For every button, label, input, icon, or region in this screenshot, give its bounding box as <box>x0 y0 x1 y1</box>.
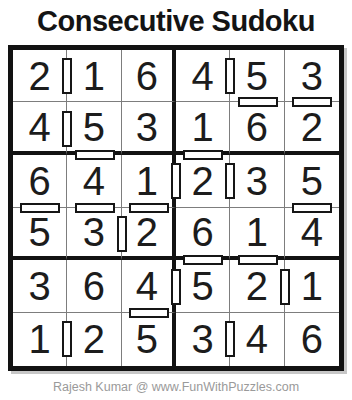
cell-r6c4[interactable]: 3 <box>176 313 230 366</box>
cell-digit: 2 <box>301 107 323 147</box>
cell-r6c2[interactable]: 2 <box>67 313 121 366</box>
cell-digit: 4 <box>83 161 105 201</box>
cell-digit: 2 <box>83 319 105 359</box>
cell-digit: 5 <box>136 319 158 359</box>
puzzle-title: Consecutive Sudoku <box>0 0 352 41</box>
cell-digit: 4 <box>301 212 323 252</box>
cell-r6c6[interactable]: 6 <box>285 313 339 366</box>
cell-digit: 3 <box>246 161 268 201</box>
cell-r2c5[interactable]: 6 <box>230 102 284 155</box>
cell-digit: 1 <box>301 266 323 306</box>
cell-r3c6[interactable]: 5 <box>285 155 339 208</box>
cell-r3c2[interactable]: 4 <box>67 155 121 208</box>
cell-r4c6[interactable]: 4 <box>285 208 339 261</box>
cell-digit: 5 <box>83 107 105 147</box>
cell-digit: 6 <box>83 266 105 306</box>
cell-digit: 5 <box>29 212 51 252</box>
cell-r3c3[interactable]: 1 <box>122 155 176 208</box>
cell-r5c3[interactable]: 4 <box>122 260 176 313</box>
cell-r4c2[interactable]: 3 <box>67 208 121 261</box>
cell-digit: 2 <box>29 56 51 96</box>
cell-r2c3[interactable]: 3 <box>122 102 176 155</box>
cell-digit: 4 <box>246 319 268 359</box>
cell-digit: 1 <box>29 319 51 359</box>
cell-digit: 4 <box>192 56 214 96</box>
cell-r5c5[interactable]: 2 <box>230 260 284 313</box>
cell-r6c1[interactable]: 1 <box>13 313 67 366</box>
cell-digit: 6 <box>246 107 268 147</box>
cell-r5c6[interactable]: 1 <box>285 260 339 313</box>
cell-r3c4[interactable]: 2 <box>176 155 230 208</box>
cell-digit: 5 <box>301 161 323 201</box>
cell-r4c5[interactable]: 1 <box>230 208 284 261</box>
sudoku-grid: 216453453162641235532614364521125346 <box>13 50 339 366</box>
cell-digit: 3 <box>29 266 51 306</box>
cell-r1c1[interactable]: 2 <box>13 50 67 103</box>
cell-r1c5[interactable]: 5 <box>230 50 284 103</box>
cell-digit: 1 <box>83 56 105 96</box>
cell-digit: 5 <box>246 56 268 96</box>
cell-digit: 2 <box>192 161 214 201</box>
cell-digit: 2 <box>246 266 268 306</box>
cell-digit: 2 <box>136 212 158 252</box>
cell-r6c3[interactable]: 5 <box>122 313 176 366</box>
cell-r5c2[interactable]: 6 <box>67 260 121 313</box>
cell-digit: 6 <box>29 161 51 201</box>
cell-digit: 5 <box>192 266 214 306</box>
cell-digit: 6 <box>136 56 158 96</box>
cell-digit: 6 <box>301 319 323 359</box>
cell-digit: 3 <box>136 107 158 147</box>
cell-r1c4[interactable]: 4 <box>176 50 230 103</box>
cell-digit: 4 <box>136 266 158 306</box>
cell-r1c2[interactable]: 1 <box>67 50 121 103</box>
cell-r3c1[interactable]: 6 <box>13 155 67 208</box>
cell-digit: 1 <box>192 107 214 147</box>
cell-digit: 1 <box>246 212 268 252</box>
cell-r3c5[interactable]: 3 <box>230 155 284 208</box>
cell-digit: 3 <box>83 212 105 252</box>
cell-r4c3[interactable]: 2 <box>122 208 176 261</box>
cell-r4c1[interactable]: 5 <box>13 208 67 261</box>
credit-text: Rajesh Kumar @ www.FunWithPuzzles.com <box>0 380 352 394</box>
sudoku-board: 216453453162641235532614364521125346 <box>8 45 344 371</box>
cell-r2c1[interactable]: 4 <box>13 102 67 155</box>
cell-digit: 4 <box>29 107 51 147</box>
cell-r5c1[interactable]: 3 <box>13 260 67 313</box>
cell-r5c4[interactable]: 5 <box>176 260 230 313</box>
cell-digit: 6 <box>192 212 214 252</box>
cell-r1c6[interactable]: 3 <box>285 50 339 103</box>
cell-r2c4[interactable]: 1 <box>176 102 230 155</box>
cell-r1c3[interactable]: 6 <box>122 50 176 103</box>
cell-r2c2[interactable]: 5 <box>67 102 121 155</box>
cell-digit: 3 <box>192 319 214 359</box>
cell-digit: 3 <box>301 56 323 96</box>
cell-r6c5[interactable]: 4 <box>230 313 284 366</box>
page: Consecutive Sudoku 216453453162641235532… <box>0 0 352 400</box>
cell-r2c6[interactable]: 2 <box>285 102 339 155</box>
cell-digit: 1 <box>136 161 158 201</box>
cell-r4c4[interactable]: 6 <box>176 208 230 261</box>
